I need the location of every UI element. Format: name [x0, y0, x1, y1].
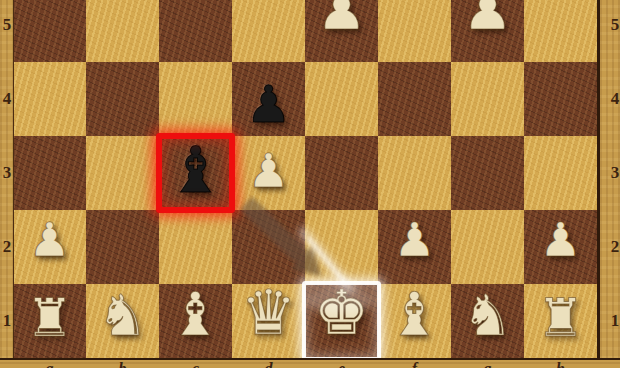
square-c5[interactable]: [159, 0, 232, 62]
square-f4[interactable]: [378, 62, 451, 136]
square-g4[interactable]: [451, 62, 524, 136]
white-queen-d1[interactable]: ♛: [241, 282, 297, 344]
piece-cell-g1: ♞: [451, 284, 524, 358]
white-pawn-e5[interactable]: ♟: [316, 0, 366, 38]
square-b5[interactable]: [86, 0, 159, 62]
chess-board-screenshot: ♟♟♟♝♟♟♟♟♜♞♝♛♚♝♞♜ 5432154321abcdefgh: [0, 0, 620, 368]
square-d5[interactable]: [232, 0, 305, 62]
board-frame-bottom: [0, 358, 620, 368]
square-f5[interactable]: [378, 0, 451, 62]
file-label-g: g: [478, 361, 498, 368]
file-label-f: f: [405, 361, 425, 368]
file-label-h: h: [551, 361, 571, 368]
white-rook-h1[interactable]: ♜: [537, 291, 585, 344]
square-e2[interactable]: [305, 210, 378, 284]
piece-cell-c3: ♝: [159, 136, 232, 210]
file-label-d: d: [259, 361, 279, 368]
file-label-b: b: [113, 361, 133, 368]
white-pawn-f2[interactable]: ♟: [393, 216, 435, 263]
white-pawn-d3[interactable]: ♟: [247, 147, 289, 194]
piece-cell-f1: ♝: [378, 284, 451, 358]
square-a4[interactable]: [13, 62, 86, 136]
piece-cell-c1: ♝: [159, 284, 232, 358]
piece-cell-b1: ♞: [86, 284, 159, 358]
file-label-e: e: [332, 361, 352, 368]
rank-label-right-1: 1: [608, 310, 620, 332]
piece-cell-d3: ♟: [232, 136, 305, 210]
white-bishop-c1[interactable]: ♝: [169, 284, 223, 344]
white-knight-b1[interactable]: ♞: [97, 287, 148, 344]
rank-label-left-3: 3: [0, 162, 14, 184]
square-a5[interactable]: [13, 0, 86, 62]
square-h4[interactable]: [524, 62, 597, 136]
square-b4[interactable]: [86, 62, 159, 136]
piece-cell-f2: ♟: [378, 210, 451, 284]
piece-cell-a2: ♟: [13, 210, 86, 284]
square-c2[interactable]: [159, 210, 232, 284]
rank-label-left-4: 4: [0, 88, 14, 110]
black-pawn-d4[interactable]: ♟: [246, 79, 292, 130]
piece-cell-h2: ♟: [524, 210, 597, 284]
piece-cell-h1: ♜: [524, 284, 597, 358]
square-f3[interactable]: [378, 136, 451, 210]
square-b3[interactable]: [86, 136, 159, 210]
piece-cell-a1: ♜: [13, 284, 86, 358]
white-pawn-a2[interactable]: ♟: [28, 216, 70, 263]
square-c4[interactable]: [159, 62, 232, 136]
square-g2[interactable]: [451, 210, 524, 284]
file-label-c: c: [186, 361, 206, 368]
rank-label-right-4: 4: [608, 88, 620, 110]
file-label-a: a: [40, 361, 60, 368]
rank-label-left-2: 2: [0, 236, 14, 258]
square-h5[interactable]: [524, 0, 597, 62]
white-knight-g1[interactable]: ♞: [462, 287, 513, 344]
square-h3[interactable]: [524, 136, 597, 210]
rank-label-right-2: 2: [608, 236, 620, 258]
white-rook-a1[interactable]: ♜: [26, 291, 74, 344]
square-e4[interactable]: [305, 62, 378, 136]
rank-label-left-5: 5: [0, 14, 14, 36]
square-a3[interactable]: [13, 136, 86, 210]
piece-cell-d1: ♛: [232, 284, 305, 358]
white-pawn-g5[interactable]: ♟: [462, 0, 512, 38]
piece-cell-g5: ♟: [451, 0, 524, 62]
piece-cell-d4: ♟: [232, 62, 305, 136]
square-b2[interactable]: [86, 210, 159, 284]
black-bishop-c3[interactable]: ♝: [167, 138, 224, 202]
white-bishop-f1[interactable]: ♝: [388, 284, 442, 344]
chess-board: ♟♟♟♝♟♟♟♟♜♞♝♛♚♝♞♜: [0, 0, 620, 368]
square-d2[interactable]: [232, 210, 305, 284]
white-pawn-h2[interactable]: ♟: [539, 216, 581, 263]
piece-cell-e5: ♟: [305, 0, 378, 62]
piece-cell-e1: ♚: [305, 284, 378, 358]
rank-label-right-3: 3: [608, 162, 620, 184]
square-e3[interactable]: [305, 136, 378, 210]
square-g3[interactable]: [451, 136, 524, 210]
rank-label-left-1: 1: [0, 310, 14, 332]
rank-label-right-5: 5: [608, 14, 620, 36]
white-king-e1[interactable]: ♚: [314, 282, 370, 344]
